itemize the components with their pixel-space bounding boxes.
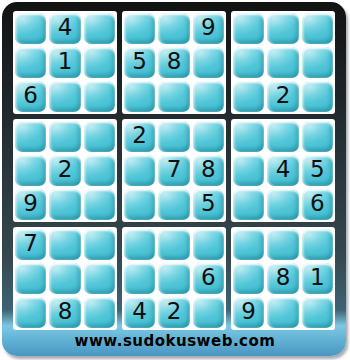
sudoku-cell-r6c6[interactable]: 5 [193, 189, 224, 220]
sudoku-cell-r8c3[interactable] [84, 263, 115, 294]
sudoku-cell-r3c9[interactable] [302, 81, 333, 112]
sudoku-cell-r4c9[interactable] [302, 121, 333, 152]
sudoku-box-3: 2 [231, 11, 335, 114]
sudoku-cell-r5c1[interactable] [15, 155, 46, 186]
sudoku-cell-r3c7[interactable] [233, 81, 264, 112]
sudoku-cell-r4c8[interactable] [267, 121, 298, 152]
cell-digit: 2 [58, 158, 73, 181]
cell-digit: 8 [201, 158, 216, 181]
sudoku-cell-r2c6[interactable] [193, 47, 224, 78]
sudoku-cell-r3c3[interactable] [84, 81, 115, 112]
cell-digit: 2 [132, 124, 147, 147]
sudoku-cell-r1c9[interactable] [302, 13, 333, 44]
sudoku-cell-r5c4[interactable] [124, 155, 155, 186]
cell-digit: 1 [310, 266, 325, 289]
sudoku-cell-r2c8[interactable] [267, 47, 298, 78]
sudoku-cell-r4c7[interactable] [233, 121, 264, 152]
sudoku-cell-r5c9[interactable]: 5 [302, 155, 333, 186]
cell-digit: 6 [23, 84, 38, 107]
cell-digit: 8 [276, 266, 291, 289]
sudoku-cell-r7c8[interactable] [267, 229, 298, 260]
cell-digit: 7 [167, 158, 182, 181]
cell-digit: 7 [23, 232, 38, 255]
sudoku-cell-r2c3[interactable] [84, 47, 115, 78]
sudoku-cell-r2c5[interactable]: 8 [158, 47, 189, 78]
sudoku-cell-r1c7[interactable] [233, 13, 264, 44]
sudoku-cell-r6c8[interactable] [267, 189, 298, 220]
sudoku-box-8: 642 [122, 227, 226, 330]
sudoku-cell-r9c8[interactable] [267, 297, 298, 328]
sudoku-cell-r8c4[interactable] [124, 263, 155, 294]
sudoku-cell-r9c7[interactable]: 9 [233, 297, 264, 328]
sudoku-cell-r1c6[interactable]: 9 [193, 13, 224, 44]
sudoku-cell-r8c2[interactable] [49, 263, 80, 294]
sudoku-box-7: 78 [13, 227, 117, 330]
sudoku-cell-r8c7[interactable] [233, 263, 264, 294]
sudoku-cell-r9c3[interactable] [84, 297, 115, 328]
cell-digit: 5 [132, 50, 147, 73]
sudoku-cell-r5c7[interactable] [233, 155, 264, 186]
sudoku-cell-r7c3[interactable] [84, 229, 115, 260]
sudoku-cell-r2c4[interactable]: 5 [124, 47, 155, 78]
sudoku-cell-r2c2[interactable]: 1 [49, 47, 80, 78]
cell-digit: 2 [276, 84, 291, 107]
sudoku-box-5: 2785 [122, 119, 226, 222]
sudoku-cell-r9c5[interactable]: 2 [158, 297, 189, 328]
sudoku-cell-r3c4[interactable] [124, 81, 155, 112]
sudoku-cell-r1c3[interactable] [84, 13, 115, 44]
sudoku-cell-r1c5[interactable] [158, 13, 189, 44]
sudoku-cell-r5c2[interactable]: 2 [49, 155, 80, 186]
sudoku-cell-r9c6[interactable] [193, 297, 224, 328]
sudoku-cell-r8c6[interactable]: 6 [193, 263, 224, 294]
sudoku-cell-r1c1[interactable] [15, 13, 46, 44]
sudoku-cell-r8c5[interactable] [158, 263, 189, 294]
sudoku-cell-r5c6[interactable]: 8 [193, 155, 224, 186]
cell-digit: 5 [201, 192, 216, 215]
sudoku-cell-r3c1[interactable]: 6 [15, 81, 46, 112]
sudoku-app: 416958229278545678642819 www.sudokusweb.… [0, 0, 350, 360]
sudoku-cell-r5c5[interactable]: 7 [158, 155, 189, 186]
cell-digit: 9 [201, 16, 216, 39]
sudoku-cell-r3c2[interactable] [49, 81, 80, 112]
sudoku-cell-r5c3[interactable] [84, 155, 115, 186]
sudoku-cell-r4c3[interactable] [84, 121, 115, 152]
sudoku-cell-r1c4[interactable] [124, 13, 155, 44]
sudoku-box-4: 29 [13, 119, 117, 222]
site-url-label: www.sudokusweb.com [0, 331, 350, 353]
cell-digit: 4 [58, 16, 73, 39]
sudoku-box-2: 958 [122, 11, 226, 114]
cell-digit: 8 [167, 50, 182, 73]
sudoku-cell-r6c4[interactable] [124, 189, 155, 220]
sudoku-cell-r6c1[interactable]: 9 [15, 189, 46, 220]
sudoku-cell-r9c4[interactable]: 4 [124, 297, 155, 328]
sudoku-cell-r8c1[interactable] [15, 263, 46, 294]
sudoku-cell-r7c4[interactable] [124, 229, 155, 260]
cell-digit: 1 [58, 50, 73, 73]
sudoku-cell-r6c7[interactable] [233, 189, 264, 220]
sudoku-cell-r7c6[interactable] [193, 229, 224, 260]
cell-digit: 4 [276, 158, 291, 181]
sudoku-box-9: 819 [231, 227, 335, 330]
sudoku-box-6: 456 [231, 119, 335, 222]
sudoku-cell-r2c7[interactable] [233, 47, 264, 78]
sudoku-cell-r3c8[interactable]: 2 [267, 81, 298, 112]
cell-digit: 9 [241, 300, 256, 323]
sudoku-cell-r5c8[interactable]: 4 [267, 155, 298, 186]
cell-digit: 4 [132, 300, 147, 323]
sudoku-cell-r9c2[interactable]: 8 [49, 297, 80, 328]
sudoku-cell-r9c1[interactable] [15, 297, 46, 328]
sudoku-cell-r1c2[interactable]: 4 [49, 13, 80, 44]
sudoku-cell-r9c9[interactable] [302, 297, 333, 328]
sudoku-cell-r6c5[interactable] [158, 189, 189, 220]
sudoku-cell-r6c3[interactable] [84, 189, 115, 220]
sudoku-cell-r4c1[interactable] [15, 121, 46, 152]
sudoku-cell-r7c1[interactable]: 7 [15, 229, 46, 260]
sudoku-cell-r7c7[interactable] [233, 229, 264, 260]
sudoku-board: 416958229278545678642819 [13, 11, 335, 330]
sudoku-cell-r2c9[interactable] [302, 47, 333, 78]
sudoku-cell-r4c6[interactable] [193, 121, 224, 152]
sudoku-cell-r4c2[interactable] [49, 121, 80, 152]
sudoku-cell-r4c5[interactable] [158, 121, 189, 152]
cell-digit: 6 [310, 192, 325, 215]
sudoku-cell-r6c9[interactable]: 6 [302, 189, 333, 220]
sudoku-cell-r8c9[interactable]: 1 [302, 263, 333, 294]
sudoku-cell-r7c2[interactable] [49, 229, 80, 260]
sudoku-cell-r6c2[interactable] [49, 189, 80, 220]
sudoku-cell-r2c1[interactable] [15, 47, 46, 78]
cell-digit: 9 [23, 192, 38, 215]
sudoku-box-1: 416 [13, 11, 117, 114]
sudoku-cell-r3c6[interactable] [193, 81, 224, 112]
cell-digit: 5 [310, 158, 325, 181]
cell-digit: 8 [58, 300, 73, 323]
sudoku-cell-r3c5[interactable] [158, 81, 189, 112]
cell-digit: 2 [167, 300, 182, 323]
sudoku-cell-r4c4[interactable]: 2 [124, 121, 155, 152]
sudoku-cell-r7c5[interactable] [158, 229, 189, 260]
sudoku-cell-r7c9[interactable] [302, 229, 333, 260]
sudoku-cell-r1c8[interactable] [267, 13, 298, 44]
sudoku-cell-r8c8[interactable]: 8 [267, 263, 298, 294]
cell-digit: 6 [201, 266, 216, 289]
